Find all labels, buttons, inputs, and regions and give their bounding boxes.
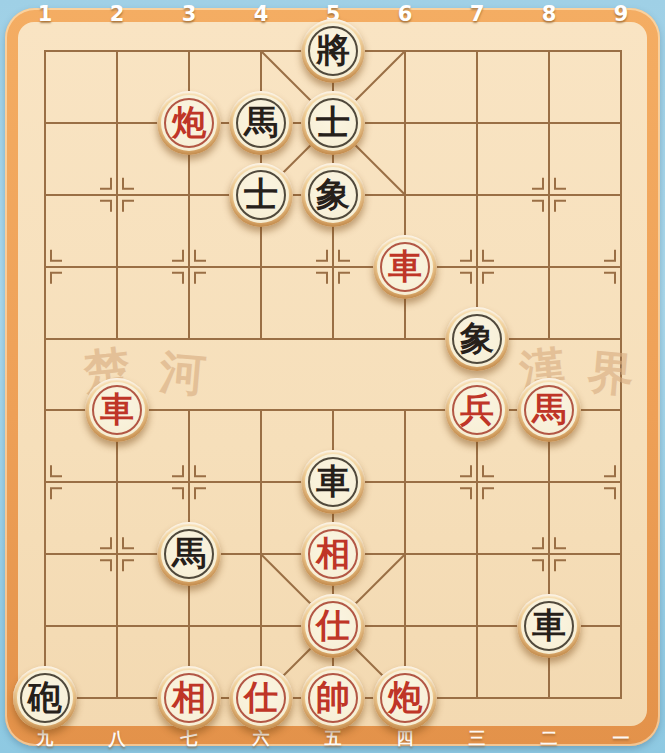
board-cell [190, 411, 262, 483]
board-cell [478, 196, 550, 268]
piece-red-general[interactable]: 帥 [301, 666, 365, 730]
board-cell [46, 124, 118, 196]
piece-glyph: 仕 [316, 608, 350, 642]
piece-face: 相 [305, 526, 361, 582]
piece-face: 仕 [233, 670, 289, 726]
piece-red-chariot[interactable]: 車 [85, 378, 149, 442]
piece-black-horse[interactable]: 馬 [229, 91, 293, 155]
piece-face: 砲 [17, 670, 73, 726]
piece-glyph: 相 [316, 536, 350, 570]
piece-glyph: 馬 [532, 392, 566, 426]
piece-red-elephant[interactable]: 相 [157, 666, 221, 730]
file-label-bottom: 四 [385, 727, 425, 750]
piece-glyph: 士 [316, 105, 350, 139]
piece-black-elephant[interactable]: 象 [445, 307, 509, 371]
piece-black-cannon[interactable]: 砲 [13, 666, 77, 730]
piece-face: 炮 [161, 95, 217, 151]
piece-glyph: 炮 [388, 680, 422, 714]
piece-face: 炮 [377, 670, 433, 726]
piece-red-cannon[interactable]: 炮 [157, 91, 221, 155]
board-cell [550, 52, 622, 124]
river-char: 河 [157, 343, 208, 403]
board-cell [46, 555, 118, 627]
piece-glyph: 將 [316, 33, 350, 67]
board-cell [478, 124, 550, 196]
board-cell [550, 483, 622, 555]
piece-face: 象 [449, 311, 505, 367]
board-cell [118, 196, 190, 268]
board-cell [262, 340, 334, 412]
piece-face: 仕 [305, 598, 361, 654]
piece-red-horse[interactable]: 馬 [517, 378, 581, 442]
board-cell [334, 340, 406, 412]
board-cell [262, 268, 334, 340]
file-label-top: 1 [25, 2, 65, 26]
piece-red-soldier[interactable]: 兵 [445, 378, 509, 442]
piece-black-chariot[interactable]: 車 [301, 450, 365, 514]
piece-face: 象 [305, 167, 361, 223]
piece-face: 車 [521, 598, 577, 654]
file-label-bottom: 二 [529, 727, 569, 750]
board-cell [550, 196, 622, 268]
piece-red-advisor[interactable]: 仕 [301, 594, 365, 658]
board-cell [46, 268, 118, 340]
piece-face: 馬 [521, 382, 577, 438]
piece-red-advisor[interactable]: 仕 [229, 666, 293, 730]
piece-glyph: 車 [316, 464, 350, 498]
file-label-bottom: 五 [313, 727, 353, 750]
file-label-top: 9 [601, 2, 641, 26]
piece-black-advisor[interactable]: 士 [229, 163, 293, 227]
piece-glyph: 仕 [244, 680, 278, 714]
piece-face: 士 [305, 95, 361, 151]
board-cell [406, 483, 478, 555]
board-cell [478, 52, 550, 124]
piece-glyph: 馬 [244, 105, 278, 139]
piece-glyph: 帥 [316, 680, 350, 714]
board-cell [406, 555, 478, 627]
piece-face: 車 [377, 239, 433, 295]
file-label-top: 4 [241, 2, 281, 26]
piece-face: 帥 [305, 670, 361, 726]
piece-face: 將 [305, 23, 361, 79]
piece-face: 兵 [449, 382, 505, 438]
piece-black-general[interactable]: 將 [301, 19, 365, 83]
piece-red-chariot[interactable]: 車 [373, 235, 437, 299]
piece-black-horse[interactable]: 馬 [157, 522, 221, 586]
piece-face: 馬 [233, 95, 289, 151]
board-cell [46, 483, 118, 555]
file-label-top: 8 [529, 2, 569, 26]
board-cell [118, 268, 190, 340]
board-cell [478, 483, 550, 555]
board-cell [406, 124, 478, 196]
file-label-bottom: 八 [97, 727, 137, 750]
board-cell [46, 52, 118, 124]
file-label-bottom: 九 [25, 727, 65, 750]
board-cell [190, 268, 262, 340]
piece-glyph: 車 [388, 249, 422, 283]
xiangqi-app: 123456789 楚河 漢界 將炮馬士士象車象車兵馬車馬相仕車砲相仕帥炮 九八… [0, 0, 665, 753]
piece-face: 車 [89, 382, 145, 438]
piece-glyph: 相 [172, 680, 206, 714]
file-label-top: 2 [97, 2, 137, 26]
file-label-bottom: 七 [169, 727, 209, 750]
board-cell [550, 268, 622, 340]
piece-face: 馬 [161, 526, 217, 582]
piece-red-elephant[interactable]: 相 [301, 522, 365, 586]
file-label-top: 6 [385, 2, 425, 26]
piece-face: 相 [161, 670, 217, 726]
file-label-top: 3 [169, 2, 209, 26]
piece-black-chariot[interactable]: 車 [517, 594, 581, 658]
piece-glyph: 砲 [28, 680, 62, 714]
file-label-top: 7 [457, 2, 497, 26]
file-label-bottom: 六 [241, 727, 281, 750]
piece-face: 車 [305, 454, 361, 510]
piece-red-cannon[interactable]: 炮 [373, 666, 437, 730]
piece-face: 士 [233, 167, 289, 223]
board-cell [550, 124, 622, 196]
board-cell [46, 196, 118, 268]
piece-glyph: 炮 [172, 105, 206, 139]
file-label-bottom: 一 [601, 727, 641, 750]
piece-glyph: 象 [460, 321, 494, 355]
file-label-bottom: 三 [457, 727, 497, 750]
piece-black-advisor[interactable]: 士 [301, 91, 365, 155]
piece-glyph: 象 [316, 177, 350, 211]
piece-glyph: 士 [244, 177, 278, 211]
piece-glyph: 車 [532, 608, 566, 642]
piece-glyph: 車 [100, 392, 134, 426]
board-cell [406, 52, 478, 124]
river-char: 界 [585, 343, 636, 403]
piece-black-elephant[interactable]: 象 [301, 163, 365, 227]
piece-glyph: 兵 [460, 392, 494, 426]
piece-glyph: 馬 [172, 536, 206, 570]
